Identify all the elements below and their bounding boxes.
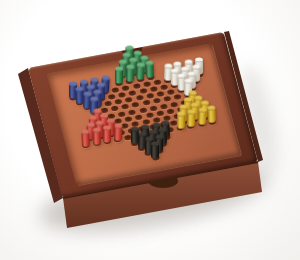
board-panel [47, 43, 241, 185]
product-photo-scene [0, 0, 300, 260]
